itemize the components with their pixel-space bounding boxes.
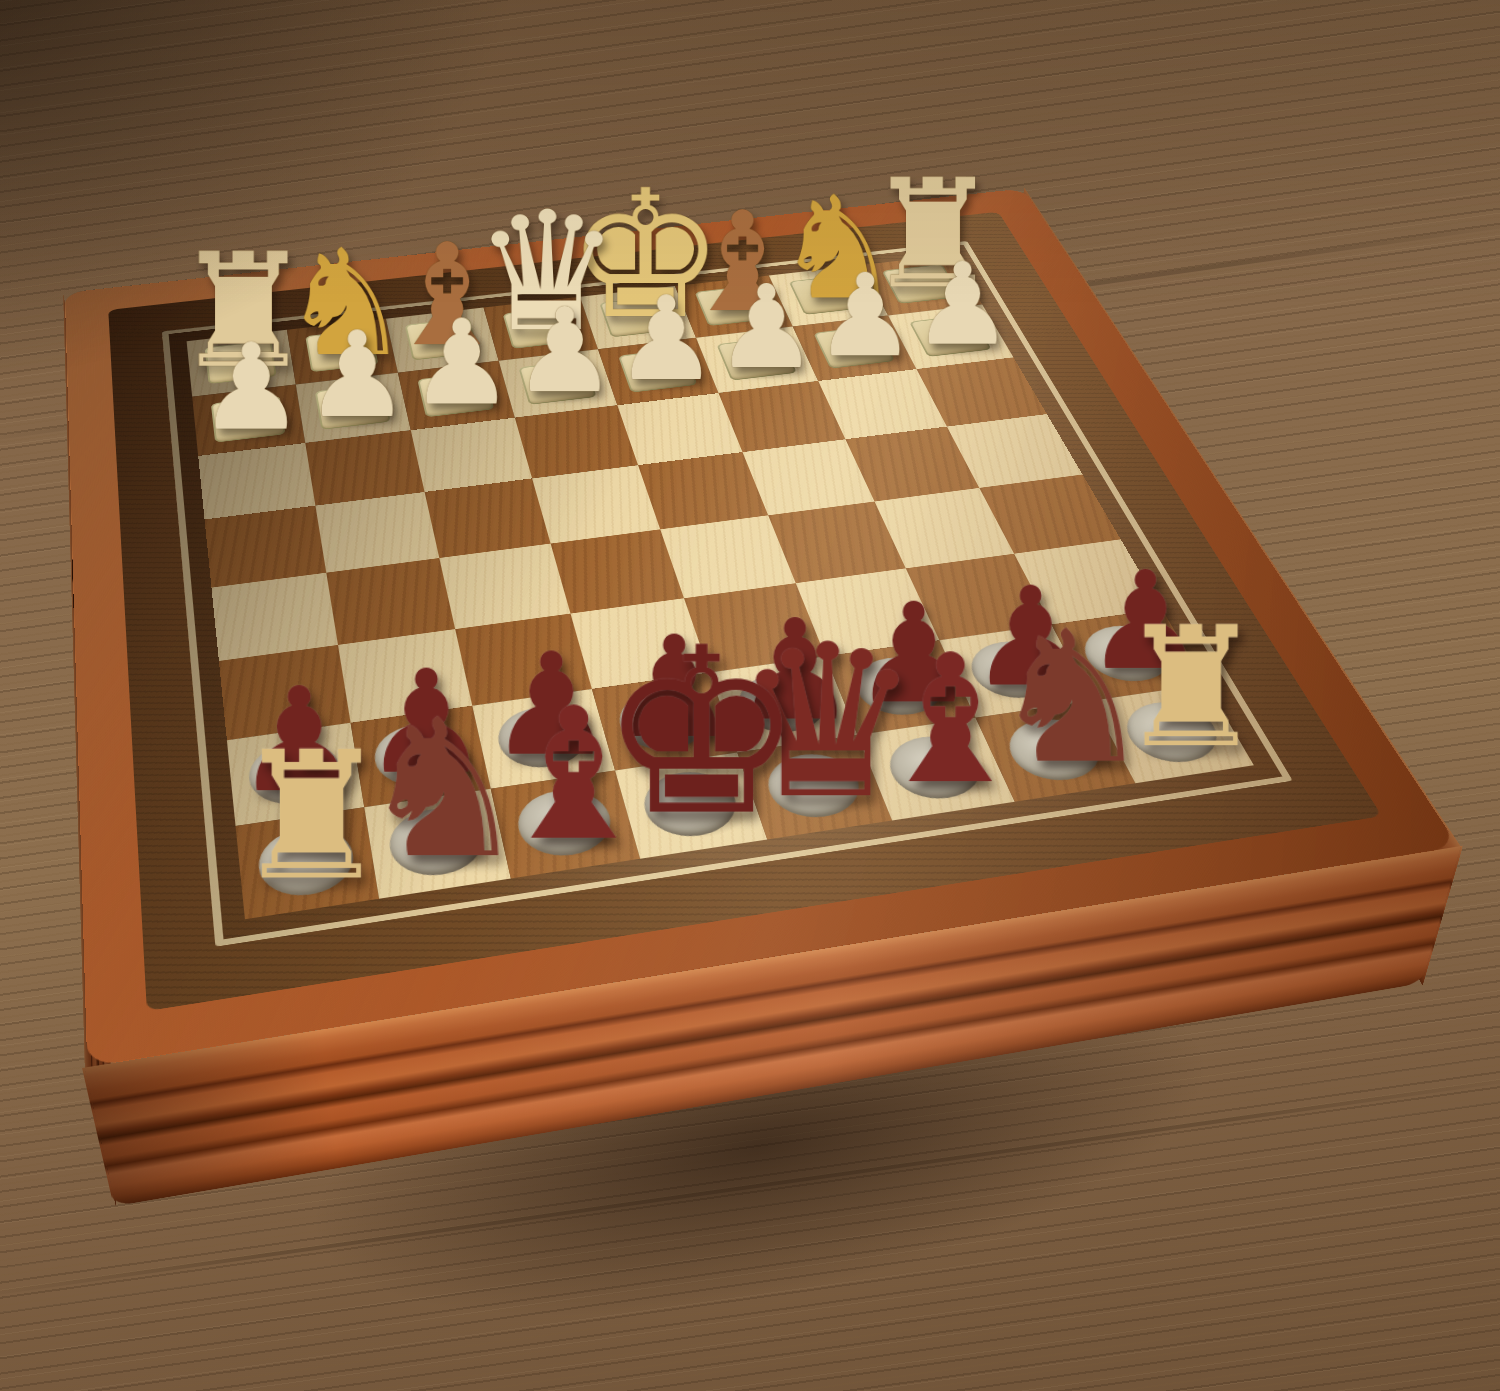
black-pawn: ♟ — [409, 307, 514, 419]
black-pawn: ♟ — [512, 296, 617, 407]
square-a5 — [205, 506, 327, 588]
white-rook: ♜ — [232, 734, 390, 901]
black-pawn: ♟ — [814, 262, 917, 371]
drawer-notch — [72, 556, 88, 681]
black-pawn: ♟ — [912, 251, 1014, 359]
black-pawn: ♟ — [614, 284, 718, 394]
square-b6 — [305, 430, 424, 505]
black-pawn: ♟ — [304, 319, 410, 432]
black-pawn: ♟ — [198, 331, 305, 444]
photo-scene: ♜♞♝♛♚♝♞♜♟♟♟♟♟♟♟♟♟♟♟♟♟♟♟♟♜♞♝♚♛♝♞♜ — [0, 0, 1500, 1391]
black-pawn: ♟ — [715, 273, 818, 382]
